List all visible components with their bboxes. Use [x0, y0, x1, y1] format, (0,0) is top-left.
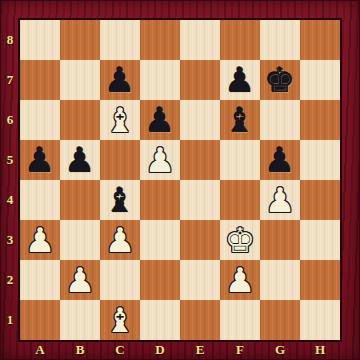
file-label-d: D: [155, 342, 164, 358]
square-a4[interactable]: [20, 180, 60, 220]
square-e2[interactable]: [180, 260, 220, 300]
square-e6[interactable]: [180, 100, 220, 140]
square-f7[interactable]: ♟: [220, 60, 260, 100]
rank-label-4: 4: [7, 192, 14, 208]
square-a6[interactable]: [20, 100, 60, 140]
rank-label-6: 6: [7, 112, 14, 128]
file-label-e: E: [196, 342, 205, 358]
square-a3[interactable]: ♟: [20, 220, 60, 260]
square-g4[interactable]: ♟: [260, 180, 300, 220]
piece-white-pawn[interactable]: ♟: [265, 180, 295, 220]
square-g1[interactable]: [260, 300, 300, 340]
piece-black-pawn[interactable]: ♟: [265, 140, 295, 180]
square-g3[interactable]: [260, 220, 300, 260]
square-h1[interactable]: [300, 300, 340, 340]
file-labels-row: A B C D E F G H: [20, 340, 340, 360]
piece-black-pawn[interactable]: ♟: [65, 140, 95, 180]
file-label-b: B: [76, 342, 85, 358]
piece-white-pawn[interactable]: ♟: [145, 140, 175, 180]
chessboard-frame: 8 7 6 5 4 3 2 1 ♟♟♚♝♟♝♟♟♟♟♝♟♟♟♚♟♟♝ A B C…: [0, 0, 360, 360]
square-c2[interactable]: [100, 260, 140, 300]
piece-black-bishop[interactable]: ♝: [105, 180, 135, 220]
chessboard: ♟♟♚♝♟♝♟♟♟♟♝♟♟♟♚♟♟♝: [20, 20, 340, 340]
piece-white-pawn[interactable]: ♟: [225, 260, 255, 300]
square-f3[interactable]: ♚: [220, 220, 260, 260]
piece-white-pawn[interactable]: ♟: [65, 260, 95, 300]
square-h4[interactable]: [300, 180, 340, 220]
square-g7[interactable]: ♚: [260, 60, 300, 100]
rank-labels-column: 8 7 6 5 4 3 2 1: [0, 20, 20, 340]
square-a1[interactable]: [20, 300, 60, 340]
square-e3[interactable]: [180, 220, 220, 260]
square-d2[interactable]: [140, 260, 180, 300]
square-f1[interactable]: [220, 300, 260, 340]
square-f5[interactable]: [220, 140, 260, 180]
rank-label-7: 7: [7, 72, 14, 88]
square-h7[interactable]: [300, 60, 340, 100]
square-b8[interactable]: [60, 20, 100, 60]
square-c8[interactable]: [100, 20, 140, 60]
square-g6[interactable]: [260, 100, 300, 140]
rank-label-1: 1: [7, 312, 14, 328]
square-c3[interactable]: ♟: [100, 220, 140, 260]
square-c5[interactable]: [100, 140, 140, 180]
square-h3[interactable]: [300, 220, 340, 260]
square-a2[interactable]: [20, 260, 60, 300]
square-b7[interactable]: [60, 60, 100, 100]
file-label-c: C: [115, 342, 124, 358]
square-d5[interactable]: ♟: [140, 140, 180, 180]
file-label-a: A: [35, 342, 44, 358]
square-c7[interactable]: ♟: [100, 60, 140, 100]
square-f8[interactable]: [220, 20, 260, 60]
square-c4[interactable]: ♝: [100, 180, 140, 220]
piece-black-pawn[interactable]: ♟: [25, 140, 55, 180]
square-a8[interactable]: [20, 20, 60, 60]
square-d7[interactable]: [140, 60, 180, 100]
square-h8[interactable]: [300, 20, 340, 60]
square-b2[interactable]: ♟: [60, 260, 100, 300]
square-e5[interactable]: [180, 140, 220, 180]
rank-label-5: 5: [7, 152, 14, 168]
piece-white-bishop[interactable]: ♝: [105, 300, 135, 340]
square-a7[interactable]: [20, 60, 60, 100]
rank-label-2: 2: [7, 272, 14, 288]
square-d4[interactable]: [140, 180, 180, 220]
piece-white-pawn[interactable]: ♟: [105, 220, 135, 260]
square-c1[interactable]: ♝: [100, 300, 140, 340]
square-d6[interactable]: ♟: [140, 100, 180, 140]
file-label-h: H: [315, 342, 325, 358]
square-h6[interactable]: [300, 100, 340, 140]
square-d1[interactable]: [140, 300, 180, 340]
square-h5[interactable]: [300, 140, 340, 180]
square-b1[interactable]: [60, 300, 100, 340]
square-b6[interactable]: [60, 100, 100, 140]
square-h2[interactable]: [300, 260, 340, 300]
rank-label-8: 8: [7, 32, 14, 48]
piece-black-pawn[interactable]: ♟: [225, 60, 255, 100]
piece-black-king[interactable]: ♚: [265, 60, 295, 100]
square-f6[interactable]: ♝: [220, 100, 260, 140]
square-d8[interactable]: [140, 20, 180, 60]
square-e7[interactable]: [180, 60, 220, 100]
piece-white-bishop[interactable]: ♝: [105, 100, 135, 140]
square-g5[interactable]: ♟: [260, 140, 300, 180]
piece-white-pawn[interactable]: ♟: [25, 220, 55, 260]
square-g2[interactable]: [260, 260, 300, 300]
file-label-g: G: [275, 342, 285, 358]
square-e4[interactable]: [180, 180, 220, 220]
square-e1[interactable]: [180, 300, 220, 340]
piece-black-bishop[interactable]: ♝: [225, 100, 255, 140]
piece-black-pawn[interactable]: ♟: [105, 60, 135, 100]
square-d3[interactable]: [140, 220, 180, 260]
piece-black-pawn[interactable]: ♟: [145, 100, 175, 140]
square-g8[interactable]: [260, 20, 300, 60]
square-b3[interactable]: [60, 220, 100, 260]
rank-label-3: 3: [7, 232, 14, 248]
file-label-f: F: [236, 342, 244, 358]
square-e8[interactable]: [180, 20, 220, 60]
square-f4[interactable]: [220, 180, 260, 220]
square-f2[interactable]: ♟: [220, 260, 260, 300]
square-b4[interactable]: [60, 180, 100, 220]
piece-white-king[interactable]: ♚: [225, 220, 255, 260]
square-c6[interactable]: ♝: [100, 100, 140, 140]
square-b5[interactable]: ♟: [60, 140, 100, 180]
square-a5[interactable]: ♟: [20, 140, 60, 180]
